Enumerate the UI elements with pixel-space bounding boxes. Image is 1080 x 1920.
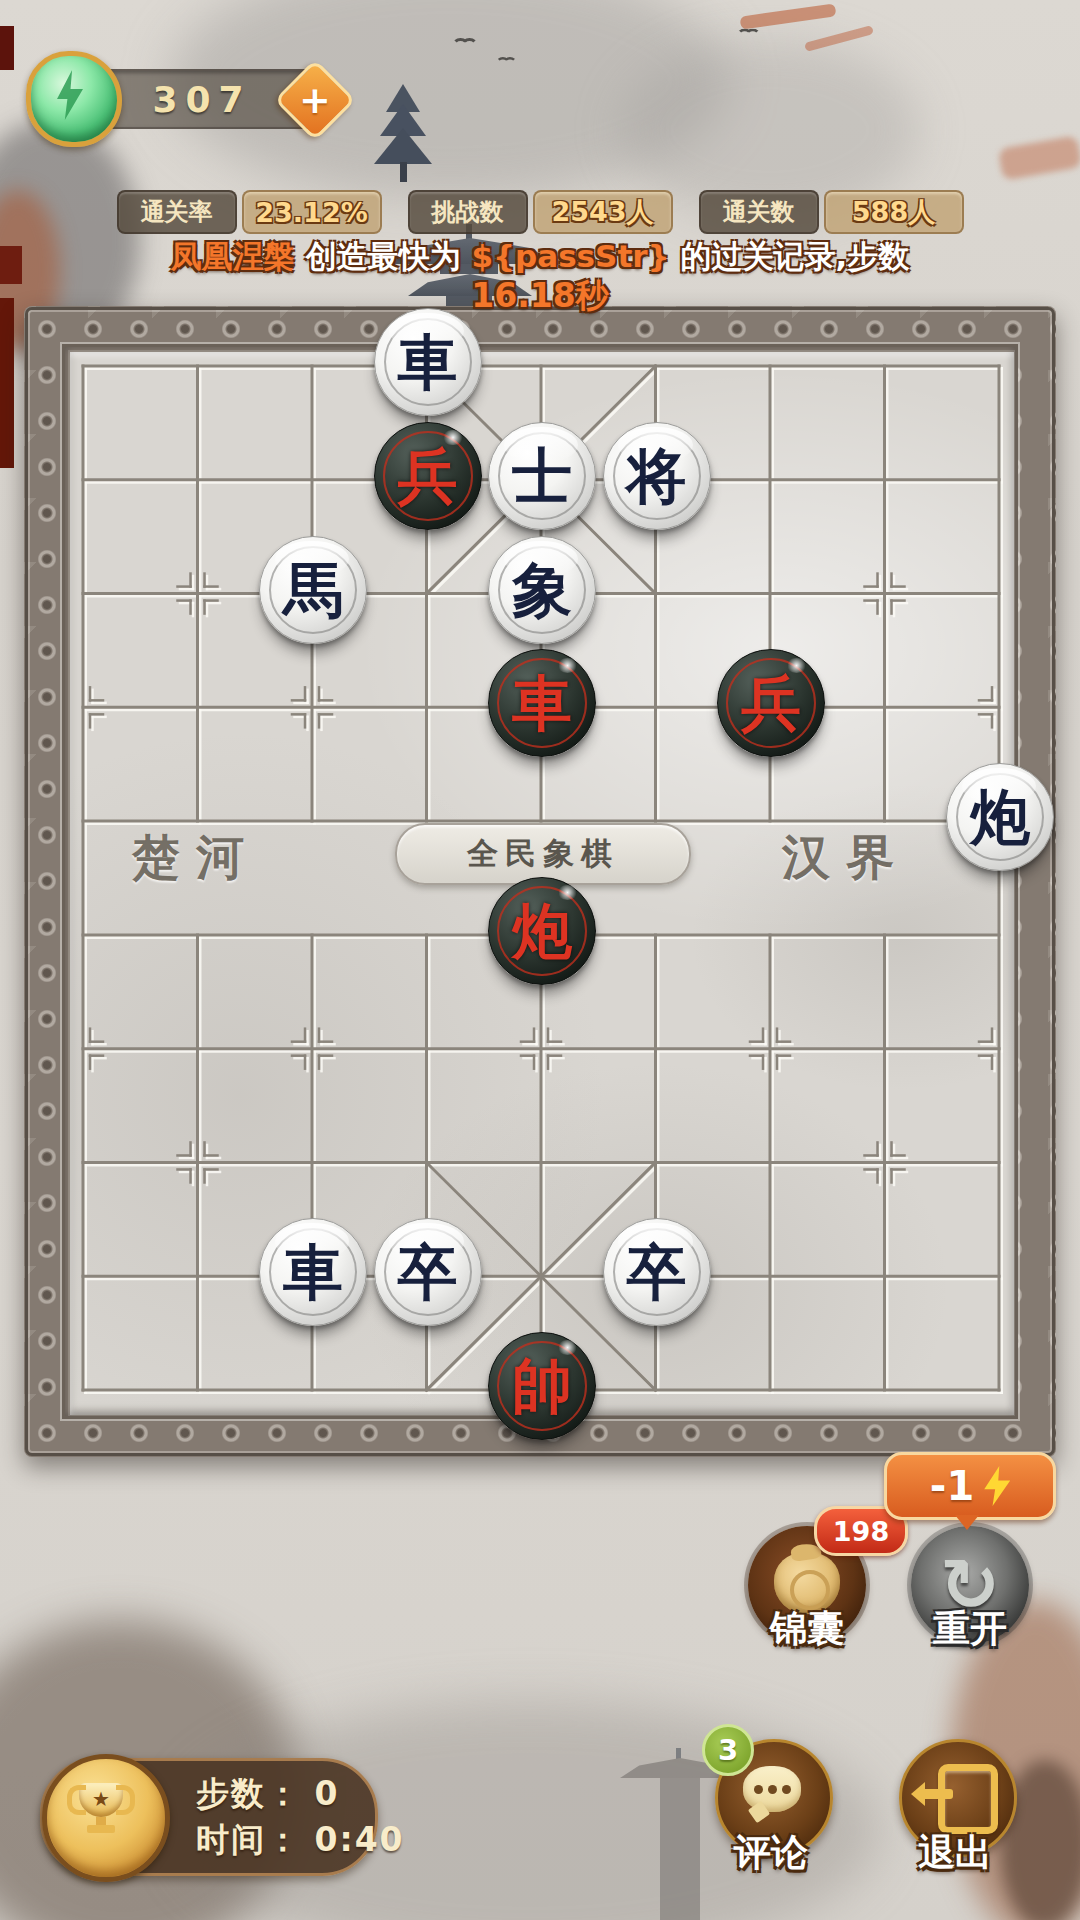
comment-count-badge: 3 [702, 1724, 754, 1776]
record-suffix: 的过关记录,步数 [680, 238, 909, 274]
steps-value: 0 [315, 1774, 340, 1813]
lightning-icon [57, 70, 83, 120]
piece-layer: 車兵士将馬象車兵炮炮車卒卒帥 [70, 352, 1014, 1415]
stat-label: 通关率 [117, 190, 237, 234]
energy-value: 307 [152, 79, 251, 120]
red-strip-1 [0, 26, 14, 70]
red-strip-3 [0, 298, 14, 468]
xiangqi-piece-red[interactable]: 炮 [488, 877, 596, 985]
record-player: 凤凰涅槃 [171, 238, 295, 274]
time-value: 0:40 [315, 1820, 405, 1859]
stat-value: 2543人 [533, 190, 673, 234]
pine-tree-silhouette [368, 84, 438, 184]
stats-row: 通关率 23.12% 挑战数 2543人 通关数 588人 [0, 190, 1080, 234]
xiangqi-piece-red[interactable]: 兵 [717, 649, 825, 757]
xiangqi-piece-black[interactable]: 車 [259, 1218, 367, 1326]
steps-label: 步数： [196, 1774, 301, 1813]
rust-streak-3 [998, 135, 1080, 180]
bird-icon [452, 38, 472, 48]
door-arrow-icon [938, 1764, 998, 1834]
bird-icon [496, 57, 512, 65]
piece-glyph: 車 [283, 1242, 343, 1302]
piece-glyph: 炮 [970, 787, 1030, 847]
xiangqi-piece-red[interactable]: 帥 [488, 1332, 596, 1440]
piece-glyph: 兵 [398, 446, 458, 506]
stat-value: 588人 [824, 190, 964, 234]
restart-cost-badge: -1 [884, 1452, 1056, 1520]
bird-icon [737, 29, 755, 38]
xiangqi-board[interactable]: 楚河 汉界 全民象棋 車兵士将馬象車兵炮炮車卒卒帥 [68, 350, 1016, 1417]
piece-glyph: 車 [398, 332, 458, 392]
time-row: 时间： 0:40 [196, 1818, 405, 1863]
piece-glyph: 卒 [627, 1242, 687, 1302]
xiangqi-piece-black[interactable]: 馬 [259, 536, 367, 644]
piece-glyph: 兵 [741, 673, 801, 733]
time-label: 时间： [196, 1820, 301, 1859]
piece-glyph: 馬 [283, 560, 343, 620]
stat-pass-rate: 通关率 23.12% [117, 190, 382, 234]
xiangqi-board-frame: 楚河 汉界 全民象棋 車兵士将馬象車兵炮炮車卒卒帥 [24, 306, 1056, 1457]
restart-cost-value: -1 [930, 1463, 974, 1509]
piece-glyph: 将 [627, 446, 687, 506]
restart-label: 重开 [911, 1604, 1029, 1654]
piece-glyph: 帥 [512, 1356, 572, 1416]
record-line-1: 凤凰涅槃 创造最快为 ${passStr} 的过关记录,步数 [0, 236, 1080, 278]
xiangqi-piece-black[interactable]: 炮 [946, 763, 1054, 871]
xiangqi-piece-black[interactable]: 卒 [603, 1218, 711, 1326]
piece-glyph: 卒 [398, 1242, 458, 1302]
hint-label: 锦囊 [748, 1604, 866, 1654]
xiangqi-piece-red[interactable]: 車 [488, 649, 596, 757]
record-placeholder: ${passStr} [471, 238, 669, 274]
piece-glyph: 象 [512, 560, 572, 620]
xiangqi-piece-black[interactable]: 車 [374, 308, 482, 416]
steps-row: 步数： 0 [196, 1772, 339, 1817]
stat-label: 通关数 [699, 190, 819, 234]
stat-challengers: 挑战数 2543人 [408, 190, 673, 234]
trophy-badge: ★ [42, 1754, 170, 1882]
plus-icon: + [289, 74, 341, 126]
record-text: 创造最快为 [306, 238, 472, 274]
xiangqi-piece-red[interactable]: 兵 [374, 422, 482, 530]
piece-glyph: 車 [512, 673, 572, 733]
piece-glyph: 炮 [512, 901, 572, 961]
speech-bubble-icon [743, 1766, 801, 1812]
rust-streak-2 [804, 25, 874, 52]
trophy-icon: ★ [79, 1783, 123, 1817]
energy-gem-icon [26, 51, 122, 147]
game-screen: 307 + 通关率 23.12% 挑战数 2543人 通关数 588人 凤凰涅槃… [0, 0, 1080, 1920]
record-time: 16.18秒 [471, 276, 608, 315]
lightning-icon [984, 1466, 1010, 1506]
stat-label: 挑战数 [408, 190, 528, 234]
badge-tail [955, 1515, 979, 1530]
stat-value: 23.12% [242, 190, 382, 234]
xiangqi-piece-black[interactable]: 卒 [374, 1218, 482, 1326]
rust-streak-1 [740, 3, 837, 29]
exit-label: 退出 [889, 1828, 1021, 1878]
star-icon: ★ [79, 1787, 123, 1811]
xiangqi-piece-black[interactable]: 将 [603, 422, 711, 530]
xiangqi-piece-black[interactable]: 象 [488, 536, 596, 644]
record-line-2: 16.18秒 [0, 274, 1080, 319]
comment-label: 评论 [705, 1828, 837, 1878]
stat-passed: 通关数 588人 [699, 190, 964, 234]
piece-glyph: 士 [512, 446, 572, 506]
xiangqi-piece-black[interactable]: 士 [488, 422, 596, 530]
